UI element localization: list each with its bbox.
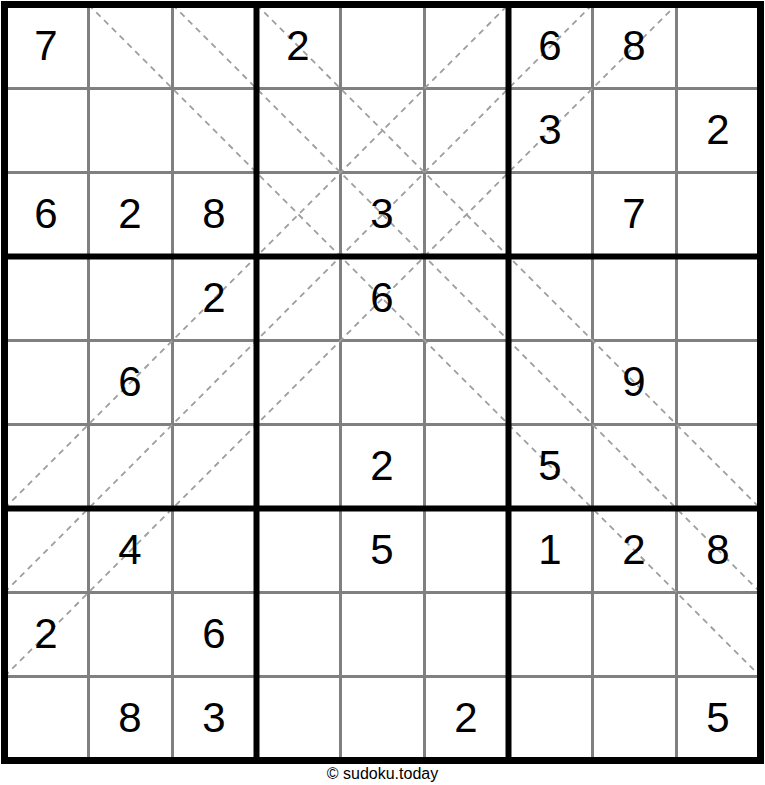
cell-r1c7-given: 6 [508,4,592,88]
cell-r9c8-empty [592,676,676,760]
cell-r3c1-given: 6 [4,172,88,256]
cell-r8c1-given: 2 [4,592,88,676]
cell-r3c6-empty [424,172,508,256]
cell-r4c4-empty [256,256,340,340]
cell-r2c9-given: 2 [676,88,760,172]
cell-r2c4-empty [256,88,340,172]
cell-r6c9-empty [676,424,760,508]
cell-r7c9-given: 8 [676,508,760,592]
cell-r3c4-empty [256,172,340,256]
cell-r9c2-given: 8 [88,676,172,760]
cell-r9c7-empty [508,676,592,760]
cell-r8c9-empty [676,592,760,676]
cell-r2c1-empty [4,88,88,172]
cell-r8c4-empty [256,592,340,676]
cell-r9c5-empty [340,676,424,760]
cell-r8c6-empty [424,592,508,676]
cell-r4c1-empty [4,256,88,340]
cell-r5c6-empty [424,340,508,424]
cell-r5c1-empty [4,340,88,424]
cell-r2c7-given: 3 [508,88,592,172]
cell-r5c3-empty [172,340,256,424]
cell-r1c1-given: 7 [4,4,88,88]
cell-r1c5-empty [340,4,424,88]
cell-r6c7-given: 5 [508,424,592,508]
cell-r1c9-empty [676,4,760,88]
cell-r5c9-empty [676,340,760,424]
cell-r9c6-given: 2 [424,676,508,760]
cell-r3c3-given: 8 [172,172,256,256]
cell-r7c7-given: 1 [508,508,592,592]
cell-r2c3-empty [172,88,256,172]
cell-r4c5-given: 6 [340,256,424,340]
cell-r7c3-empty [172,508,256,592]
cell-r7c4-empty [256,508,340,592]
cell-r3c7-empty [508,172,592,256]
cell-r6c8-empty [592,424,676,508]
cell-r6c1-empty [4,424,88,508]
cell-r7c1-empty [4,508,88,592]
cell-r5c7-empty [508,340,592,424]
cell-r3c8-given: 7 [592,172,676,256]
cell-r8c2-empty [88,592,172,676]
cell-r5c4-empty [256,340,340,424]
cell-r7c6-empty [424,508,508,592]
cell-r6c4-empty [256,424,340,508]
cell-r5c5-empty [340,340,424,424]
cell-r1c3-empty [172,4,256,88]
cell-r7c5-given: 5 [340,508,424,592]
cell-r1c6-empty [424,4,508,88]
cell-r4c8-empty [592,256,676,340]
cell-r2c2-empty [88,88,172,172]
sudoku-grid: 7268326283726692545128268325 [4,4,760,760]
cell-r3c5-given: 3 [340,172,424,256]
cell-r5c8-given: 9 [592,340,676,424]
cell-r2c5-empty [340,88,424,172]
cell-r2c6-empty [424,88,508,172]
cell-r6c2-empty [88,424,172,508]
cell-r8c5-empty [340,592,424,676]
cell-r4c3-given: 2 [172,256,256,340]
cell-r6c3-empty [172,424,256,508]
cell-r6c5-given: 2 [340,424,424,508]
cell-r9c9-given: 5 [676,676,760,760]
cell-r6c6-empty [424,424,508,508]
cell-r9c1-empty [4,676,88,760]
cell-r4c9-empty [676,256,760,340]
cell-r4c2-empty [88,256,172,340]
cell-r7c8-given: 2 [592,508,676,592]
cell-r3c9-empty [676,172,760,256]
cell-r7c2-given: 4 [88,508,172,592]
cell-r2c8-empty [592,88,676,172]
cell-r3c2-given: 2 [88,172,172,256]
cell-r4c6-empty [424,256,508,340]
cell-r8c3-given: 6 [172,592,256,676]
cell-r1c4-given: 2 [256,4,340,88]
sudoku-board: 7268326283726692545128268325 [0,0,765,765]
cell-r1c2-empty [88,4,172,88]
cell-r8c8-empty [592,592,676,676]
copyright-footer: © sudoku.today [0,763,765,785]
cell-r9c4-empty [256,676,340,760]
cell-r5c2-given: 6 [88,340,172,424]
cell-r8c7-empty [508,592,592,676]
cell-r1c8-given: 8 [592,4,676,88]
cell-r9c3-given: 3 [172,676,256,760]
cell-r4c7-empty [508,256,592,340]
